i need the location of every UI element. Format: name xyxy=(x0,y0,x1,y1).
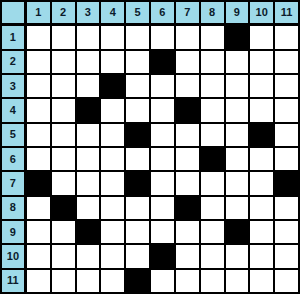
cell-r5c8[interactable] xyxy=(201,124,224,146)
row-header-1: 1 xyxy=(2,26,25,48)
black-cell-r7c11 xyxy=(275,172,298,194)
col-header-6: 6 xyxy=(151,2,174,24)
col-header-9: 9 xyxy=(226,2,249,24)
cell-r4c10[interactable] xyxy=(250,99,273,121)
cell-r11c10[interactable] xyxy=(250,270,273,292)
row-header-9: 9 xyxy=(2,221,25,243)
cell-r2c5[interactable] xyxy=(126,51,149,73)
black-cell-r7c1 xyxy=(27,172,50,194)
cell-r10c8[interactable] xyxy=(201,245,224,267)
cell-r8c4[interactable] xyxy=(101,197,124,219)
cell-r10c10[interactable] xyxy=(250,245,273,267)
col-header-2: 2 xyxy=(52,2,75,24)
cell-r8c1[interactable] xyxy=(27,197,50,219)
cell-r7c2[interactable] xyxy=(52,172,75,194)
black-cell-r2c6 xyxy=(151,51,174,73)
cell-r10c5[interactable] xyxy=(126,245,149,267)
cell-r7c8[interactable] xyxy=(201,172,224,194)
cell-r1c3[interactable] xyxy=(77,26,100,48)
corner-cell xyxy=(2,2,25,24)
cell-r11c8[interactable] xyxy=(201,270,224,292)
cell-r3c7[interactable] xyxy=(176,75,199,97)
black-cell-r8c2 xyxy=(52,197,75,219)
black-cell-r10c6 xyxy=(151,245,174,267)
cell-r1c10[interactable] xyxy=(250,26,273,48)
black-cell-r5c5 xyxy=(126,124,149,146)
cell-r1c1[interactable] xyxy=(27,26,50,48)
cell-r1c5[interactable] xyxy=(126,26,149,48)
cell-r4c9[interactable] xyxy=(226,99,249,121)
row-header-4: 4 xyxy=(2,99,25,121)
cell-r5c6[interactable] xyxy=(151,124,174,146)
cell-r1c11[interactable] xyxy=(275,26,298,48)
cell-r4c11[interactable] xyxy=(275,99,298,121)
cell-r5c7[interactable] xyxy=(176,124,199,146)
row-header-10: 10 xyxy=(2,245,25,267)
cell-r6c2[interactable] xyxy=(52,148,75,170)
col-header-8: 8 xyxy=(201,2,224,24)
cell-r6c3[interactable] xyxy=(77,148,100,170)
col-header-7: 7 xyxy=(176,2,199,24)
cell-r1c4[interactable] xyxy=(101,26,124,48)
cell-r4c8[interactable] xyxy=(201,99,224,121)
cell-r2c1[interactable] xyxy=(27,51,50,73)
cell-r3c8[interactable] xyxy=(201,75,224,97)
cell-r2c9[interactable] xyxy=(226,51,249,73)
row-header-6: 6 xyxy=(2,148,25,170)
cell-r9c10[interactable] xyxy=(250,221,273,243)
cell-r8c3[interactable] xyxy=(77,197,100,219)
cell-r3c1[interactable] xyxy=(27,75,50,97)
cell-r2c4[interactable] xyxy=(101,51,124,73)
cell-r3c11[interactable] xyxy=(275,75,298,97)
cell-r11c2[interactable] xyxy=(52,270,75,292)
cell-r6c7[interactable] xyxy=(176,148,199,170)
col-header-11: 11 xyxy=(275,2,298,24)
cell-r7c7[interactable] xyxy=(176,172,199,194)
black-cell-r5c10 xyxy=(250,124,273,146)
cell-r10c9[interactable] xyxy=(226,245,249,267)
cell-r3c9[interactable] xyxy=(226,75,249,97)
black-cell-r7c5 xyxy=(126,172,149,194)
cell-r10c3[interactable] xyxy=(77,245,100,267)
cell-r8c6[interactable] xyxy=(151,197,174,219)
cell-r5c4[interactable] xyxy=(101,124,124,146)
cell-r9c11[interactable] xyxy=(275,221,298,243)
cell-r1c6[interactable] xyxy=(151,26,174,48)
cell-r2c2[interactable] xyxy=(52,51,75,73)
row-header-11: 11 xyxy=(2,270,25,292)
cell-r9c2[interactable] xyxy=(52,221,75,243)
cell-r1c2[interactable] xyxy=(52,26,75,48)
cell-r11c1[interactable] xyxy=(27,270,50,292)
cell-r5c1[interactable] xyxy=(27,124,50,146)
cell-r5c3[interactable] xyxy=(77,124,100,146)
cell-r6c10[interactable] xyxy=(250,148,273,170)
cell-r3c3[interactable] xyxy=(77,75,100,97)
cell-r11c11[interactable] xyxy=(275,270,298,292)
cell-r9c4[interactable] xyxy=(101,221,124,243)
col-header-3: 3 xyxy=(77,2,100,24)
cell-r11c4[interactable] xyxy=(101,270,124,292)
cell-r6c6[interactable] xyxy=(151,148,174,170)
black-cell-r1c9 xyxy=(226,26,249,48)
black-cell-r9c3 xyxy=(77,221,100,243)
cell-r7c6[interactable] xyxy=(151,172,174,194)
cell-r5c2[interactable] xyxy=(52,124,75,146)
cell-r6c9[interactable] xyxy=(226,148,249,170)
cell-r6c4[interactable] xyxy=(101,148,124,170)
cell-r8c5[interactable] xyxy=(126,197,149,219)
cell-r4c2[interactable] xyxy=(52,99,75,121)
cell-r4c4[interactable] xyxy=(101,99,124,121)
cell-r8c11[interactable] xyxy=(275,197,298,219)
cell-r3c2[interactable] xyxy=(52,75,75,97)
cell-r7c3[interactable] xyxy=(77,172,100,194)
cell-r7c9[interactable] xyxy=(226,172,249,194)
cell-r6c5[interactable] xyxy=(126,148,149,170)
cell-r4c1[interactable] xyxy=(27,99,50,121)
black-cell-r8c7 xyxy=(176,197,199,219)
black-cell-r3c4 xyxy=(101,75,124,97)
row-header-3: 3 xyxy=(2,75,25,97)
cell-r9c6[interactable] xyxy=(151,221,174,243)
black-cell-r4c7 xyxy=(176,99,199,121)
cell-r1c7[interactable] xyxy=(176,26,199,48)
cell-r10c1[interactable] xyxy=(27,245,50,267)
cell-r11c7[interactable] xyxy=(176,270,199,292)
cell-r10c7[interactable] xyxy=(176,245,199,267)
cell-r4c5[interactable] xyxy=(126,99,149,121)
cell-r8c9[interactable] xyxy=(226,197,249,219)
cell-r6c11[interactable] xyxy=(275,148,298,170)
cell-r3c5[interactable] xyxy=(126,75,149,97)
cell-r9c5[interactable] xyxy=(126,221,149,243)
cell-r6c1[interactable] xyxy=(27,148,50,170)
black-cell-r9c9 xyxy=(226,221,249,243)
black-cell-r4c3 xyxy=(77,99,100,121)
black-cell-r6c8 xyxy=(201,148,224,170)
cell-r10c11[interactable] xyxy=(275,245,298,267)
cell-r11c6[interactable] xyxy=(151,270,174,292)
row-header-2: 2 xyxy=(2,51,25,73)
cell-r2c8[interactable] xyxy=(201,51,224,73)
cell-r7c10[interactable] xyxy=(250,172,273,194)
row-header-8: 8 xyxy=(2,197,25,219)
cell-r9c1[interactable] xyxy=(27,221,50,243)
cell-r8c8[interactable] xyxy=(201,197,224,219)
cell-r11c3[interactable] xyxy=(77,270,100,292)
cell-r2c7[interactable] xyxy=(176,51,199,73)
black-cell-r11c5 xyxy=(126,270,149,292)
col-header-10: 10 xyxy=(250,2,273,24)
col-header-1: 1 xyxy=(27,2,50,24)
row-header-5: 5 xyxy=(2,124,25,146)
cell-r10c2[interactable] xyxy=(52,245,75,267)
cell-r1c8[interactable] xyxy=(201,26,224,48)
cell-r4c6[interactable] xyxy=(151,99,174,121)
row-header-7: 7 xyxy=(2,172,25,194)
cell-r2c10[interactable] xyxy=(250,51,273,73)
cell-r11c9[interactable] xyxy=(226,270,249,292)
cell-r2c3[interactable] xyxy=(77,51,100,73)
col-header-4: 4 xyxy=(101,2,124,24)
cell-r5c9[interactable] xyxy=(226,124,249,146)
cell-r8c10[interactable] xyxy=(250,197,273,219)
cell-r9c8[interactable] xyxy=(201,221,224,243)
col-header-5: 5 xyxy=(126,2,149,24)
cell-r5c11[interactable] xyxy=(275,124,298,146)
cell-r10c4[interactable] xyxy=(101,245,124,267)
cell-r3c6[interactable] xyxy=(151,75,174,97)
puzzle-board: 12345678910111234567891011 xyxy=(0,0,300,294)
cell-r9c7[interactable] xyxy=(176,221,199,243)
cell-r2c11[interactable] xyxy=(275,51,298,73)
cell-r3c10[interactable] xyxy=(250,75,273,97)
cell-r7c4[interactable] xyxy=(101,172,124,194)
